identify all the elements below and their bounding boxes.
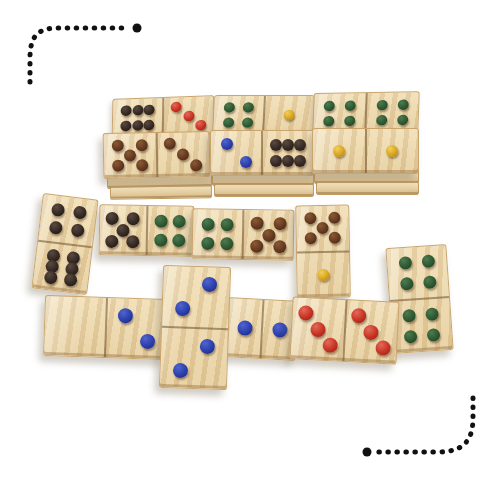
domino-bottom-tile-1	[43, 295, 168, 360]
pip-green	[324, 100, 335, 111]
pip-black	[49, 221, 63, 235]
domino-half-3-red	[164, 96, 214, 136]
arc-end-dot	[133, 24, 142, 33]
domino-half-4-black	[38, 194, 97, 248]
pip-black	[120, 106, 131, 117]
pip-black	[126, 235, 139, 248]
pip-yellow	[386, 145, 398, 157]
domino-half-2-blue	[211, 131, 263, 175]
pip-brown	[177, 148, 189, 160]
pip-red	[351, 308, 367, 324]
pip-red	[310, 321, 326, 337]
pip-red	[322, 337, 338, 353]
domino-stack1-front	[103, 131, 211, 179]
pip-green	[425, 307, 439, 321]
domino-half-6-black	[32, 242, 91, 294]
domino-half-4-green	[213, 96, 265, 134]
domino-mid-tile-1	[99, 204, 195, 257]
pip-black	[144, 105, 155, 116]
pip-red	[298, 305, 314, 321]
pip-black	[294, 139, 306, 151]
domino-half-4-green	[386, 245, 449, 302]
pip-brown	[124, 149, 136, 161]
corner-arc-bottom-right	[360, 380, 500, 480]
pip-green	[221, 237, 234, 250]
pip-black	[127, 212, 140, 225]
pip-brown	[316, 222, 328, 234]
pip-green	[221, 218, 234, 231]
pip-black	[132, 105, 143, 116]
domino-half-5-black	[100, 205, 148, 255]
pip-blue	[199, 338, 215, 354]
pip-green	[242, 117, 254, 127]
pip-black	[132, 120, 143, 131]
domino-half-3-red	[344, 300, 399, 364]
domino-half-5-brown	[104, 133, 158, 178]
pip-green	[422, 255, 436, 269]
pip-green	[423, 275, 437, 289]
pip-black	[70, 223, 84, 237]
domino-half-1-blue	[227, 298, 265, 358]
pip-blue	[201, 277, 217, 293]
pip-black	[43, 270, 57, 284]
pip-brown	[136, 159, 148, 171]
photo-stage	[0, 0, 500, 481]
pip-brown	[251, 217, 264, 230]
pip-black	[270, 155, 282, 167]
pip-blue	[272, 322, 288, 338]
pip-red	[363, 324, 379, 340]
pip-brown	[273, 240, 286, 253]
domino-half-3-red	[290, 297, 347, 361]
pip-brown	[112, 139, 124, 151]
domino-half-1-yellow	[367, 129, 419, 173]
pip-black	[105, 235, 118, 248]
pip-black	[120, 120, 131, 131]
pip-yellow	[333, 145, 345, 157]
domino-stack2-front	[210, 130, 314, 176]
domino-half-4-green	[193, 209, 245, 259]
pip-black	[294, 155, 306, 167]
domino-half-4-green	[366, 92, 418, 133]
pip-brown	[305, 233, 317, 245]
pip-green	[223, 102, 235, 112]
domino-stack3-front	[312, 128, 419, 174]
pip-green	[402, 309, 416, 323]
pip-brown	[328, 212, 340, 224]
pip-green	[344, 116, 355, 127]
domino-half-5-brown	[296, 206, 349, 253]
pip-green	[155, 214, 168, 227]
domino-half-2-blue	[160, 327, 228, 389]
pip-black	[282, 139, 294, 151]
pip-brown	[250, 239, 263, 252]
pip-red	[171, 102, 182, 113]
pip-green	[398, 256, 412, 270]
pip-blue	[139, 334, 155, 350]
domino-half-1-yellow	[297, 252, 350, 297]
pip-red	[183, 111, 194, 122]
pip-black	[270, 139, 282, 151]
pip-black	[106, 212, 119, 225]
pip-blue	[240, 156, 252, 168]
pip-brown	[112, 160, 124, 172]
domino-half-2-blue	[105, 298, 167, 359]
domino-half-1-yellow	[313, 129, 367, 173]
pip-blue	[173, 363, 189, 379]
pip-green	[173, 234, 186, 247]
pip-brown	[135, 139, 147, 151]
pip-green	[376, 115, 387, 126]
pip-green	[400, 277, 414, 291]
domino-corner-vertical	[295, 205, 351, 299]
pip-black	[116, 223, 129, 236]
stacked-tile-edge	[316, 182, 419, 195]
domino-half-6-black	[263, 131, 313, 175]
domino-half-1-yellow	[264, 96, 314, 134]
stacked-tile-edge	[110, 185, 212, 200]
pip-blue	[221, 138, 233, 150]
pip-green	[377, 99, 388, 110]
pip-black	[51, 202, 65, 216]
pip-black	[282, 155, 294, 167]
stacked-tile-edge	[214, 184, 314, 197]
pip-green	[403, 329, 417, 343]
domino-half-4-green	[147, 206, 193, 256]
pip-green	[243, 102, 255, 112]
pip-brown	[304, 212, 316, 224]
domino-bottom-tile-2	[225, 297, 298, 361]
pip-red	[375, 340, 391, 356]
domino-half-5-brown	[244, 210, 294, 260]
pip-brown	[329, 232, 341, 244]
pip-green	[154, 234, 167, 247]
pip-black	[64, 273, 78, 287]
pip-green	[201, 237, 214, 250]
pip-brown	[164, 138, 176, 150]
pip-yellow	[283, 110, 295, 120]
pip-green	[427, 328, 441, 342]
pip-green	[344, 100, 355, 111]
domino-half-0-none	[44, 296, 108, 357]
pip-blue	[237, 320, 253, 336]
pip-yellow	[317, 269, 329, 281]
pip-green	[397, 115, 408, 126]
pip-brown	[190, 159, 202, 171]
pip-green	[201, 217, 214, 230]
domino-half-3-brown	[157, 132, 209, 177]
pip-brown	[273, 217, 286, 230]
domino-half-4-green	[390, 298, 452, 353]
pip-green	[173, 215, 186, 228]
arc-end-dot	[363, 448, 372, 457]
pip-black	[144, 119, 155, 130]
domino-mid-tile-2	[192, 208, 295, 261]
pip-blue	[175, 301, 191, 317]
domino-stack2-back	[212, 95, 315, 135]
domino-bottom-tile-3	[289, 296, 399, 365]
domino-half-2-blue	[162, 266, 230, 330]
domino-left-vertical	[31, 193, 98, 295]
corner-arc-top-left	[0, 0, 160, 100]
pip-green	[222, 117, 234, 127]
pip-red	[195, 120, 206, 131]
pip-brown	[262, 228, 275, 241]
pip-green	[323, 116, 334, 127]
domino-cross-double	[159, 265, 231, 390]
pip-green	[397, 99, 408, 110]
pip-blue	[118, 308, 134, 324]
pip-black	[73, 205, 87, 219]
